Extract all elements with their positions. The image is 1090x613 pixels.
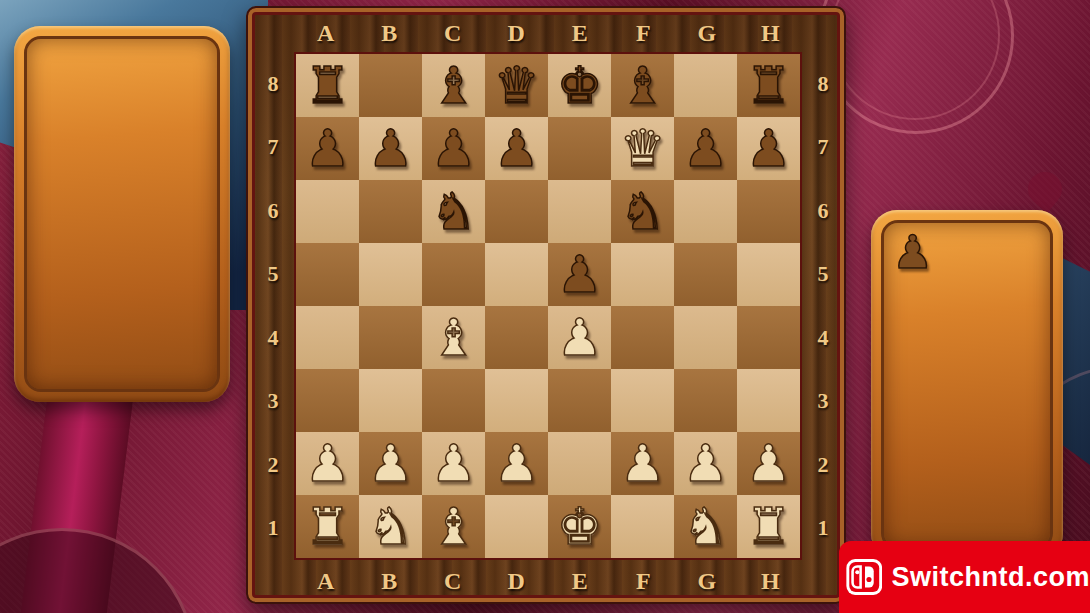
square-d8[interactable]: ♛ (485, 54, 548, 117)
square-d2[interactable]: ♟ (485, 432, 548, 495)
black-pawn-b7[interactable]: ♟ (368, 123, 414, 174)
white-pawn-a2[interactable]: ♟ (305, 438, 351, 489)
square-h3[interactable] (737, 369, 800, 432)
square-d3[interactable] (485, 369, 548, 432)
rank-label-7: 7 (804, 116, 842, 180)
square-c1[interactable]: ♝ (422, 495, 485, 558)
square-h7[interactable]: ♟ (737, 117, 800, 180)
captured-black-pawn: ♟ (892, 229, 933, 275)
rank-label-8: 8 (804, 52, 842, 116)
file-label-a: A (294, 16, 358, 50)
square-b8[interactable] (359, 54, 422, 117)
file-label-f: F (612, 564, 676, 598)
square-d4[interactable] (485, 306, 548, 369)
square-e2[interactable] (548, 432, 611, 495)
black-pawn-e5[interactable]: ♟ (557, 249, 603, 300)
square-g3[interactable] (674, 369, 737, 432)
white-rook-a1[interactable]: ♜ (305, 501, 351, 552)
rank-label-4: 4 (254, 306, 292, 370)
black-queen-d8[interactable]: ♛ (494, 60, 540, 111)
square-g2[interactable]: ♟ (674, 432, 737, 495)
square-f3[interactable] (611, 369, 674, 432)
square-c2[interactable]: ♟ (422, 432, 485, 495)
rank-label-1: 1 (254, 497, 292, 561)
file-label-d: D (485, 16, 549, 50)
square-g4[interactable] (674, 306, 737, 369)
square-f4[interactable] (611, 306, 674, 369)
file-label-c: C (421, 564, 485, 598)
square-d5[interactable] (485, 243, 548, 306)
square-g1[interactable]: ♞ (674, 495, 737, 558)
nintendo-switch-icon (846, 549, 882, 605)
rank-label-6: 6 (254, 179, 292, 243)
rank-label-3: 3 (254, 370, 292, 434)
square-c6[interactable]: ♞ (422, 180, 485, 243)
square-b6[interactable] (359, 180, 422, 243)
square-a2[interactable]: ♟ (296, 432, 359, 495)
square-e7[interactable] (548, 117, 611, 180)
square-a3[interactable] (296, 369, 359, 432)
white-pawn-b2[interactable]: ♟ (368, 438, 414, 489)
rank-label-2: 2 (254, 433, 292, 497)
rank-label-3: 3 (804, 370, 842, 434)
file-label-d: D (485, 564, 549, 598)
square-g6[interactable] (674, 180, 737, 243)
black-bishop-f8[interactable]: ♝ (620, 60, 666, 111)
square-d6[interactable] (485, 180, 548, 243)
black-rook-a8[interactable]: ♜ (305, 60, 351, 111)
file-label-e: E (548, 564, 612, 598)
rank-labels-right: 87654321 (804, 52, 842, 560)
watermark-text: Switchntd.com (891, 562, 1090, 593)
square-b2[interactable]: ♟ (359, 432, 422, 495)
white-pawn-e4[interactable]: ♟ (557, 312, 603, 363)
file-label-h: H (739, 564, 803, 598)
file-label-f: F (612, 16, 676, 50)
square-a4[interactable] (296, 306, 359, 369)
black-pawn-g7[interactable]: ♟ (683, 123, 729, 174)
tray-right-wood-panel: ♟ (881, 220, 1053, 550)
white-pawn-h2[interactable]: ♟ (746, 438, 792, 489)
black-rook-h8[interactable]: ♜ (746, 60, 792, 111)
black-pawn-a7[interactable]: ♟ (305, 123, 351, 174)
square-b1[interactable]: ♞ (359, 495, 422, 558)
white-rook-h1[interactable]: ♜ (746, 501, 792, 552)
square-f7[interactable]: ♛ (611, 117, 674, 180)
watermark-badge: Switchntd.com (839, 541, 1090, 613)
square-e5[interactable]: ♟ (548, 243, 611, 306)
file-label-a: A (294, 564, 358, 598)
white-king-e1[interactable]: ♚ (557, 501, 603, 552)
white-pawn-f2[interactable]: ♟ (620, 438, 666, 489)
rank-label-5: 5 (254, 243, 292, 307)
file-label-g: G (675, 564, 739, 598)
file-label-e: E (548, 16, 612, 50)
rank-label-5: 5 (804, 243, 842, 307)
square-c4[interactable]: ♝ (422, 306, 485, 369)
square-e6[interactable] (548, 180, 611, 243)
square-a7[interactable]: ♟ (296, 117, 359, 180)
square-e4[interactable]: ♟ (548, 306, 611, 369)
square-e3[interactable] (548, 369, 611, 432)
square-g8[interactable] (674, 54, 737, 117)
captured-list-right: ♟ (892, 229, 933, 275)
black-pawn-h7[interactable]: ♟ (746, 123, 792, 174)
square-a5[interactable] (296, 243, 359, 306)
rank-label-1: 1 (804, 497, 842, 561)
white-queen-f7[interactable]: ♛ (620, 123, 666, 174)
file-labels-bottom: ABCDEFGH (294, 564, 802, 598)
rank-label-6: 6 (804, 179, 842, 243)
black-bishop-c8[interactable]: ♝ (431, 60, 477, 111)
square-e8[interactable]: ♚ (548, 54, 611, 117)
captured-pieces-tray-left (14, 26, 230, 402)
rank-label-7: 7 (254, 116, 292, 180)
square-h4[interactable] (737, 306, 800, 369)
white-pawn-g2[interactable]: ♟ (683, 438, 729, 489)
captured-pieces-tray-right: ♟ (871, 210, 1063, 560)
white-knight-g1[interactable]: ♞ (683, 501, 729, 552)
white-bishop-c4[interactable]: ♝ (431, 312, 477, 363)
square-g7[interactable]: ♟ (674, 117, 737, 180)
file-label-b: B (358, 564, 422, 598)
board-squares: ♜♝♛♚♝♜♟♟♟♟♛♟♟♞♞♟♝♟♟♟♟♟♟♟♟♜♞♝♚♞♜ (294, 52, 802, 560)
square-d1[interactable] (485, 495, 548, 558)
square-e1[interactable]: ♚ (548, 495, 611, 558)
square-c3[interactable] (422, 369, 485, 432)
square-g5[interactable] (674, 243, 737, 306)
file-label-c: C (421, 16, 485, 50)
square-b7[interactable]: ♟ (359, 117, 422, 180)
square-h5[interactable] (737, 243, 800, 306)
file-labels-top: ABCDEFGH (294, 16, 802, 50)
square-f2[interactable]: ♟ (611, 432, 674, 495)
square-f8[interactable]: ♝ (611, 54, 674, 117)
chess-board: ABCDEFGH ABCDEFGH 87654321 87654321 ♜♝♛♚… (246, 6, 846, 604)
square-b4[interactable] (359, 306, 422, 369)
square-a1[interactable]: ♜ (296, 495, 359, 558)
square-h2[interactable]: ♟ (737, 432, 800, 495)
rank-label-4: 4 (804, 306, 842, 370)
square-c8[interactable]: ♝ (422, 54, 485, 117)
square-b3[interactable] (359, 369, 422, 432)
rank-label-8: 8 (254, 52, 292, 116)
rank-labels-left: 87654321 (254, 52, 292, 560)
black-pawn-c7[interactable]: ♟ (431, 123, 477, 174)
square-c5[interactable] (422, 243, 485, 306)
square-d7[interactable]: ♟ (485, 117, 548, 180)
square-b5[interactable] (359, 243, 422, 306)
black-pawn-d7[interactable]: ♟ (494, 123, 540, 174)
black-knight-c6[interactable]: ♞ (431, 186, 477, 237)
square-a8[interactable]: ♜ (296, 54, 359, 117)
file-label-g: G (675, 16, 739, 50)
black-king-e8[interactable]: ♚ (557, 60, 603, 111)
white-bishop-c1[interactable]: ♝ (431, 501, 477, 552)
white-knight-b1[interactable]: ♞ (368, 501, 414, 552)
square-h1[interactable]: ♜ (737, 495, 800, 558)
tray-left-wood-panel (24, 36, 220, 392)
file-label-h: H (739, 16, 803, 50)
square-c7[interactable]: ♟ (422, 117, 485, 180)
square-f5[interactable] (611, 243, 674, 306)
white-pawn-d2[interactable]: ♟ (494, 438, 540, 489)
square-h8[interactable]: ♜ (737, 54, 800, 117)
square-h6[interactable] (737, 180, 800, 243)
square-f1[interactable] (611, 495, 674, 558)
square-f6[interactable]: ♞ (611, 180, 674, 243)
square-a6[interactable] (296, 180, 359, 243)
rank-label-2: 2 (804, 433, 842, 497)
file-label-b: B (358, 16, 422, 50)
black-knight-f6[interactable]: ♞ (620, 186, 666, 237)
white-pawn-c2[interactable]: ♟ (431, 438, 477, 489)
